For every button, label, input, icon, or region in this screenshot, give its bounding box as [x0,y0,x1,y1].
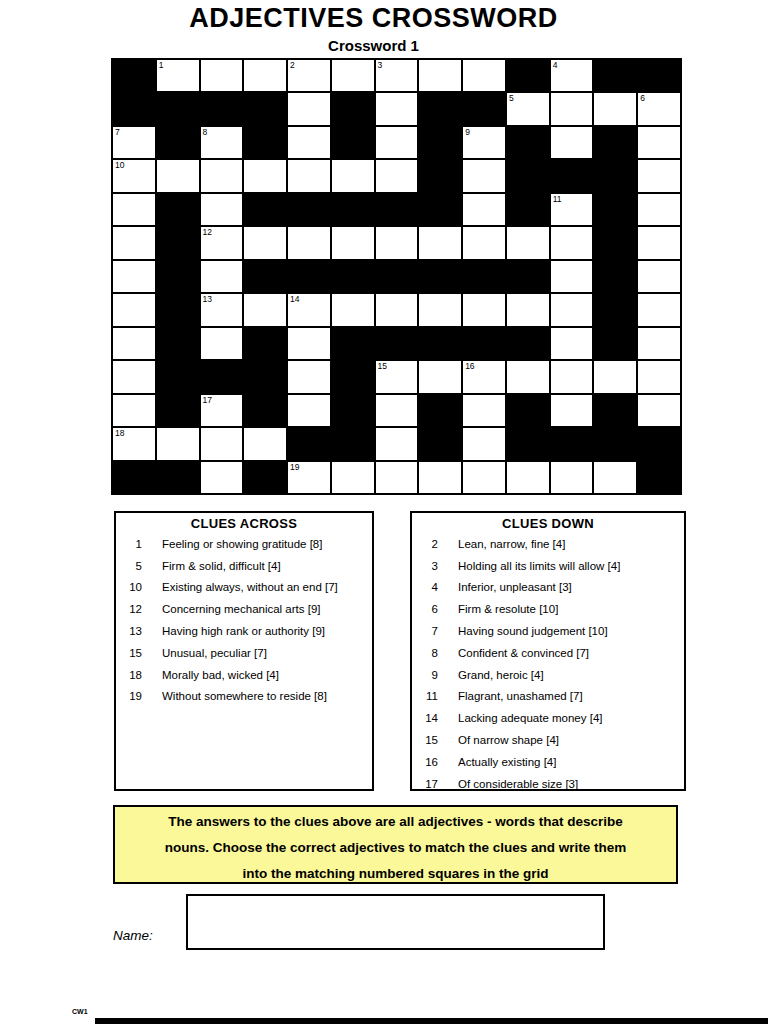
grid-cell-r9c13[interactable] [638,328,680,359]
clue-item: 18Morally bad, wicked [4] [116,664,372,686]
clue-text: Of considerable size [3] [438,778,578,790]
grid-cell-r7c2 [157,261,199,292]
grid-cell-r4c5[interactable] [288,160,330,191]
grid-cell-r2c12[interactable] [594,93,636,124]
clue-number: 14 [412,712,438,724]
grid-cell-r8c9[interactable] [463,294,505,325]
note-line: into the matching numbered squares in th… [115,861,676,887]
clue-number: 18 [116,669,142,681]
clue-number: 16 [412,756,438,768]
grid-cell-r11c11[interactable] [551,395,593,426]
clue-text: Morally bad, wicked [4] [142,669,279,681]
clue-text: Holding all its limits will allow [4] [438,560,620,572]
grid-cell-r3c11[interactable] [551,127,593,158]
grid-cell-r2c5[interactable] [288,93,330,124]
clue-text: Flagrant, unashamed [7] [438,690,583,702]
grid-cell-r2c8 [419,93,461,124]
clue-number: 8 [412,647,438,659]
grid-cell-r5c13[interactable] [638,194,680,225]
clues-down-heading: CLUES DOWN [412,516,684,533]
cell-number: 3 [378,60,383,70]
grid-cell-r9c8 [419,328,461,359]
clues-across-heading: CLUES ACROSS [116,516,372,533]
grid-cell-r4c8 [419,160,461,191]
grid-cell-r13c7[interactable] [376,462,418,493]
grid-cell-r6c8[interactable] [419,227,461,258]
clue-text: Feeling or showing gratitude [8] [142,538,322,550]
grid-cell-r8c10[interactable] [507,294,549,325]
grid-cell-r13c1 [113,462,155,493]
grid-cell-r7c10 [507,261,549,292]
grid-cell-r6c2 [157,227,199,258]
grid-cell-r12c8 [419,428,461,459]
clue-number: 9 [412,669,438,681]
grid-cell-r5c6 [332,194,374,225]
grid-cell-r4c1[interactable]: 10 [113,160,155,191]
grid-cell-r11c10 [507,395,549,426]
clue-number: 7 [412,625,438,637]
grid-cell-r10c5[interactable] [288,361,330,392]
clue-text: Concerning mechanical arts [9] [142,603,321,615]
grid-cell-r12c5 [288,428,330,459]
grid-cell-r1c4[interactable] [244,60,286,91]
grid-cell-r3c13[interactable] [638,127,680,158]
grid-cell-r11c1[interactable] [113,395,155,426]
cell-number: 9 [465,127,470,137]
grid-cell-r5c7 [376,194,418,225]
grid-cell-r13c2 [157,462,199,493]
grid-cell-r8c3[interactable]: 13 [201,294,243,325]
grid-cell-r8c1[interactable] [113,294,155,325]
grid-cell-r10c12[interactable] [594,361,636,392]
grid-cell-r6c1[interactable] [113,227,155,258]
cell-number: 4 [553,60,558,70]
cell-number: 10 [115,160,124,170]
grid-cell-r5c11[interactable]: 11 [551,194,593,225]
clues-down-box: CLUES DOWN 2Lean, narrow, fine [4]3Holdi… [410,511,686,791]
grid-cell-r2c2 [157,93,199,124]
clue-number: 15 [412,734,438,746]
grid-cell-r5c1[interactable] [113,194,155,225]
clue-item: 3Holding all its limits will allow [4] [412,555,684,577]
grid-cell-r9c11[interactable] [551,328,593,359]
cell-number: 15 [378,361,387,371]
clue-item: 10Existing always, without an end [7] [116,577,372,599]
grid-cell-r11c8 [419,395,461,426]
clues-across-box: CLUES ACROSS 1Feeling or showing gratitu… [114,511,374,791]
clue-item: 13Having high rank or authority [9] [116,620,372,642]
cell-number: 16 [465,361,474,371]
cell-number: 11 [553,194,562,204]
clue-text: Having high rank or authority [9] [142,625,325,637]
grid-cell-r12c6 [332,428,374,459]
clue-number: 17 [412,778,438,790]
grid-cell-r6c5[interactable] [288,227,330,258]
grid-cell-r6c6[interactable] [332,227,374,258]
clue-item: 15Of narrow shape [4] [412,729,684,751]
grid-cell-r2c11[interactable] [551,93,593,124]
grid-cell-r2c13[interactable]: 6 [638,93,680,124]
grid-cell-r3c8 [419,127,461,158]
grid-cell-r11c6 [332,395,374,426]
grid-cell-r4c2[interactable] [157,160,199,191]
clue-item: 5Firm & solid, difficult [4] [116,555,372,577]
grid-cell-r4c4[interactable] [244,160,286,191]
clue-number: 11 [412,690,438,702]
clue-item: 14Lacking adequate money [4] [412,707,684,729]
grid-cell-r9c12 [594,328,636,359]
clue-item: 17Of considerable size [3] [412,773,684,795]
grid-cell-r10c4 [244,361,286,392]
grid-cell-r8c6[interactable] [332,294,374,325]
clue-text: Having sound judgement [10] [438,625,608,637]
grid-cell-r10c3 [201,361,243,392]
grid-cell-r7c12 [594,261,636,292]
cell-number: 14 [290,294,299,304]
clue-item: 4Inferior, unpleasant [3] [412,577,684,599]
cell-number: 7 [115,127,120,137]
grid-cell-r12c9[interactable] [463,428,505,459]
grid-cell-r13c9[interactable] [463,462,505,493]
grid-cell-r8c12 [594,294,636,325]
grid-cell-r3c6 [332,127,374,158]
grid-cell-r12c12 [594,428,636,459]
grid-cell-r4c9[interactable] [463,160,505,191]
grid-cell-r11c4 [244,395,286,426]
note-line: The answers to the clues above are all a… [115,809,676,835]
grid-cell-r6c10[interactable] [507,227,549,258]
grid-cell-r11c13[interactable] [638,395,680,426]
grid-cell-r7c6 [332,261,374,292]
grid-cell-r1c8[interactable] [419,60,461,91]
grid-cell-r5c4 [244,194,286,225]
grid-cell-r5c8 [419,194,461,225]
cell-number: 2 [290,60,295,70]
cell-number: 19 [290,462,299,472]
clue-text: Unusual, peculiar [7] [142,647,267,659]
grid-cell-r2c9 [463,93,505,124]
clue-item: 7Having sound judgement [10] [412,620,684,642]
grid-cell-r12c10 [507,428,549,459]
cell-number: 17 [203,395,212,405]
grid-cell-r6c12 [594,227,636,258]
grid-cell-r2c10[interactable]: 5 [507,93,549,124]
grid-cell-r10c10[interactable] [507,361,549,392]
grid-cell-r4c10 [507,160,549,191]
grid-cell-r8c2 [157,294,199,325]
grid-cell-r3c9[interactable]: 9 [463,127,505,158]
clue-text: Grand, heroic [4] [438,669,544,681]
grid-cell-r3c5[interactable] [288,127,330,158]
clue-number: 6 [412,603,438,615]
clue-number: 4 [412,581,438,593]
grid-cell-r9c9 [463,328,505,359]
grid-cell-r10c8[interactable] [419,361,461,392]
grid-cell-r4c3[interactable] [201,160,243,191]
clue-item: 6Firm & resolute [10] [412,598,684,620]
cell-number: 1 [159,60,164,70]
grid-cell-r6c11[interactable] [551,227,593,258]
grid-cell-r10c6 [332,361,374,392]
note-line: nouns. Choose the correct adjectives to … [115,835,676,861]
grid-cell-r11c9[interactable] [463,395,505,426]
grid-cell-r12c11 [551,428,593,459]
grid-cell-r9c7 [376,328,418,359]
instructions-note: The answers to the clues above are all a… [113,805,678,884]
clue-text: Lean, narrow, fine [4] [438,538,565,550]
grid-cell-r9c5[interactable] [288,328,330,359]
clues-down-list: 2Lean, narrow, fine [4]3Holding all its … [412,533,684,795]
grid-cell-r11c7[interactable] [376,395,418,426]
clue-text: Firm & resolute [10] [438,603,558,615]
grid-cell-r1c6[interactable] [332,60,374,91]
clue-text: Confident & convinced [7] [438,647,589,659]
clue-item: 1Feeling or showing gratitude [8] [116,533,372,555]
clue-text: Inferior, unpleasant [3] [438,581,572,593]
grid-cell-r1c5[interactable]: 2 [288,60,330,91]
grid-cell-r9c6 [332,328,374,359]
grid-cell-r6c4[interactable] [244,227,286,258]
grid-cell-r7c7 [376,261,418,292]
grid-cell-r13c12[interactable] [594,462,636,493]
grid-cell-r5c3[interactable] [201,194,243,225]
cell-number: 12 [203,227,212,237]
grid-cell-r9c2 [157,328,199,359]
grid-cell-r11c2 [157,395,199,426]
grid-cell-r11c5[interactable] [288,395,330,426]
clue-item: 11Flagrant, unashamed [7] [412,686,684,708]
bottom-scan-bar [95,1018,768,1024]
grid-cell-r4c7[interactable] [376,160,418,191]
grid-cell-r9c4 [244,328,286,359]
name-label: Name: [113,928,153,943]
grid-cell-r5c10 [507,194,549,225]
grid-cell-r13c4 [244,462,286,493]
cell-number: 8 [203,127,208,137]
grid-cell-r12c2[interactable] [157,428,199,459]
clue-item: 8Confident & convinced [7] [412,642,684,664]
grid-cell-r3c7[interactable] [376,127,418,158]
clue-item: 2Lean, narrow, fine [4] [412,533,684,555]
grid-cell-r2c4 [244,93,286,124]
grid-cell-r10c9[interactable]: 16 [463,361,505,392]
grid-cell-r8c13[interactable] [638,294,680,325]
grid-cell-r13c8[interactable] [419,462,461,493]
clue-number: 19 [116,690,142,702]
grid-cell-r1c2[interactable]: 1 [157,60,199,91]
grid-cell-r6c9[interactable] [463,227,505,258]
puzzle-subtitle: Crossword 1 [0,37,747,54]
grid-cell-r8c8[interactable] [419,294,461,325]
grid-cell-r13c10[interactable] [507,462,549,493]
grid-cell-r1c10 [507,60,549,91]
clue-text: Existing always, without an end [7] [142,581,338,593]
clue-number: 1 [116,538,142,550]
grid-cell-r9c3[interactable] [201,328,243,359]
clue-text: Firm & solid, difficult [4] [142,560,281,572]
cell-number: 6 [640,93,645,103]
grid-cell-r1c11[interactable]: 4 [551,60,593,91]
grid-cell-r7c4 [244,261,286,292]
grid-cell-r2c1 [113,93,155,124]
grid-cell-r13c5[interactable]: 19 [288,462,330,493]
grid-cell-r3c3[interactable]: 8 [201,127,243,158]
grid-cell-r8c7[interactable] [376,294,418,325]
grid-cell-r7c8 [419,261,461,292]
grid-cell-r5c12 [594,194,636,225]
clue-number: 2 [412,538,438,550]
grid-cell-r3c1[interactable]: 7 [113,127,155,158]
crossword-grid: 12345678910111213141516171819 [111,58,682,495]
grid-cell-r2c6 [332,93,374,124]
footer-code: CW1 [72,1008,88,1015]
grid-cell-r13c6[interactable] [332,462,374,493]
grid-cell-r3c10 [507,127,549,158]
grid-cell-r5c2 [157,194,199,225]
clue-number: 15 [116,647,142,659]
grid-cell-r13c11[interactable] [551,462,593,493]
grid-cell-r7c1[interactable] [113,261,155,292]
grid-cell-r5c5 [288,194,330,225]
grid-cell-r13c3[interactable] [201,462,243,493]
grid-cell-r10c1[interactable] [113,361,155,392]
clue-item: 15Unusual, peculiar [7] [116,642,372,664]
grid-cell-r12c3[interactable] [201,428,243,459]
grid-cell-r2c3 [201,93,243,124]
clues-across-list: 1Feeling or showing gratitude [8]5Firm &… [116,533,372,707]
grid-cell-r7c9 [463,261,505,292]
grid-cell-r10c13[interactable] [638,361,680,392]
grid-cell-r12c1[interactable]: 18 [113,428,155,459]
grid-cell-r4c11 [551,160,593,191]
clue-number: 10 [116,581,142,593]
grid-cell-r12c4[interactable] [244,428,286,459]
grid-cell-r5c9[interactable] [463,194,505,225]
clue-text: Of narrow shape [4] [438,734,559,746]
clue-number: 3 [412,560,438,572]
grid-cell-r3c12 [594,127,636,158]
grid-cell-r7c13[interactable] [638,261,680,292]
grid-cell-r8c11[interactable] [551,294,593,325]
cell-number: 5 [509,93,514,103]
clue-text: Lacking adequate money [4] [438,712,603,724]
clue-item: 12Concerning mechanical arts [9] [116,598,372,620]
grid-cell-r13c13 [638,462,680,493]
grid-cell-r9c10 [507,328,549,359]
grid-cell-r1c9[interactable] [463,60,505,91]
grid-cell-r2c7[interactable] [376,93,418,124]
clue-text: Without somewhere to reside [8] [142,690,327,702]
grid-cell-r1c7[interactable]: 3 [376,60,418,91]
grid-cell-r6c3[interactable]: 12 [201,227,243,258]
clue-number: 13 [116,625,142,637]
clue-item: 16Actually existing [4] [412,751,684,773]
grid-cell-r4c12 [594,160,636,191]
grid-cell-r1c1 [113,60,155,91]
grid-cell-r4c13[interactable] [638,160,680,191]
grid-cell-r8c4[interactable] [244,294,286,325]
grid-cell-r3c2 [157,127,199,158]
grid-cell-r1c3[interactable] [201,60,243,91]
clue-number: 5 [116,560,142,572]
cell-number: 13 [203,294,212,304]
grid-cell-r1c13 [638,60,680,91]
grid-cell-r12c7[interactable] [376,428,418,459]
grid-cell-r6c7[interactable] [376,227,418,258]
grid-cell-r12c13 [638,428,680,459]
grid-cell-r3c4 [244,127,286,158]
grid-cell-r8c5[interactable]: 14 [288,294,330,325]
name-input-box[interactable] [186,894,605,950]
grid-cell-r10c7[interactable]: 15 [376,361,418,392]
page-title: ADJECTIVES CROSSWORD [0,3,747,34]
grid-cell-r11c12 [594,395,636,426]
grid-cell-r7c3[interactable] [201,261,243,292]
clue-item: 19Without somewhere to reside [8] [116,686,372,708]
cell-number: 18 [115,428,124,438]
grid-cell-r10c11[interactable] [551,361,593,392]
clue-text: Actually existing [4] [438,756,556,768]
grid-cell-r9c1[interactable] [113,328,155,359]
clue-item: 9Grand, heroic [4] [412,664,684,686]
grid-cell-r7c5 [288,261,330,292]
grid-cell-r6c13[interactable] [638,227,680,258]
grid-cell-r11c3[interactable]: 17 [201,395,243,426]
grid-cell-r10c2 [157,361,199,392]
clue-number: 12 [116,603,142,615]
grid-cell-r1c12 [594,60,636,91]
grid-cell-r7c11[interactable] [551,261,593,292]
grid-cell-r4c6[interactable] [332,160,374,191]
